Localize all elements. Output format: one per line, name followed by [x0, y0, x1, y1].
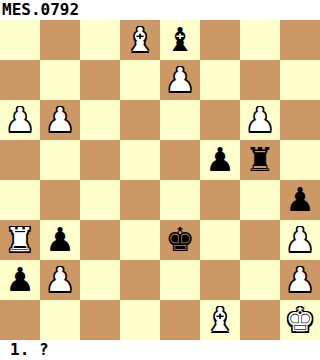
square-d7[interactable]: [120, 60, 160, 100]
white-pawn: ♟: [45, 260, 75, 300]
white-pawn: ♟: [245, 100, 275, 140]
black-rook: ♜: [245, 140, 275, 180]
white-pawn: ♟: [45, 100, 75, 140]
square-e5[interactable]: [160, 140, 200, 180]
square-d3[interactable]: [120, 220, 160, 260]
square-g2[interactable]: [240, 260, 280, 300]
square-g6[interactable]: ♟: [240, 100, 280, 140]
square-g3[interactable]: [240, 220, 280, 260]
square-c4[interactable]: [80, 180, 120, 220]
square-b4[interactable]: [40, 180, 80, 220]
square-h6[interactable]: [280, 100, 320, 140]
square-a6[interactable]: ♟: [0, 100, 40, 140]
black-pawn: ♟: [205, 140, 235, 180]
square-h2[interactable]: ♟: [280, 260, 320, 300]
square-d1[interactable]: [120, 300, 160, 340]
square-e3[interactable]: ♚: [160, 220, 200, 260]
square-b5[interactable]: [40, 140, 80, 180]
chess-problem-window: MES.0792 ♝♝♟♟♟♟♟♜♟♜♟♚♟♟♟♟♝♚ 1. ?: [0, 0, 320, 360]
square-d8[interactable]: ♝: [120, 20, 160, 60]
square-b7[interactable]: [40, 60, 80, 100]
square-e1[interactable]: [160, 300, 200, 340]
black-bishop: ♝: [165, 20, 195, 60]
square-g8[interactable]: [240, 20, 280, 60]
square-b1[interactable]: [40, 300, 80, 340]
square-e2[interactable]: [160, 260, 200, 300]
square-f7[interactable]: [200, 60, 240, 100]
square-b6[interactable]: ♟: [40, 100, 80, 140]
square-e7[interactable]: ♟: [160, 60, 200, 100]
square-d5[interactable]: [120, 140, 160, 180]
square-a4[interactable]: [0, 180, 40, 220]
square-h3[interactable]: ♟: [280, 220, 320, 260]
square-g4[interactable]: [240, 180, 280, 220]
square-c3[interactable]: [80, 220, 120, 260]
square-f6[interactable]: [200, 100, 240, 140]
square-a7[interactable]: [0, 60, 40, 100]
white-king: ♚: [285, 300, 315, 340]
white-pawn: ♟: [285, 260, 315, 300]
square-e6[interactable]: [160, 100, 200, 140]
square-f8[interactable]: [200, 20, 240, 60]
square-c2[interactable]: [80, 260, 120, 300]
square-f1[interactable]: ♝: [200, 300, 240, 340]
square-g5[interactable]: ♜: [240, 140, 280, 180]
square-h1[interactable]: ♚: [280, 300, 320, 340]
white-pawn: ♟: [285, 220, 315, 260]
square-a8[interactable]: [0, 20, 40, 60]
square-f5[interactable]: ♟: [200, 140, 240, 180]
white-rook: ♜: [5, 220, 35, 260]
white-bishop: ♝: [205, 300, 235, 340]
square-a3[interactable]: ♜: [0, 220, 40, 260]
square-a5[interactable]: [0, 140, 40, 180]
square-c6[interactable]: [80, 100, 120, 140]
black-pawn: ♟: [5, 260, 35, 300]
square-c7[interactable]: [80, 60, 120, 100]
black-pawn: ♟: [45, 220, 75, 260]
black-pawn: ♟: [285, 180, 315, 220]
problem-id: MES.0792: [0, 0, 320, 20]
square-g7[interactable]: [240, 60, 280, 100]
square-g1[interactable]: [240, 300, 280, 340]
square-a2[interactable]: ♟: [0, 260, 40, 300]
square-e4[interactable]: [160, 180, 200, 220]
move-prompt: 1. ?: [0, 340, 320, 360]
square-b3[interactable]: ♟: [40, 220, 80, 260]
square-f4[interactable]: [200, 180, 240, 220]
square-f2[interactable]: [200, 260, 240, 300]
square-h5[interactable]: [280, 140, 320, 180]
white-bishop: ♝: [125, 20, 155, 60]
square-c5[interactable]: [80, 140, 120, 180]
square-a1[interactable]: [0, 300, 40, 340]
black-king: ♚: [165, 220, 195, 260]
square-d4[interactable]: [120, 180, 160, 220]
square-e8[interactable]: ♝: [160, 20, 200, 60]
square-c8[interactable]: [80, 20, 120, 60]
square-c1[interactable]: [80, 300, 120, 340]
square-b2[interactable]: ♟: [40, 260, 80, 300]
square-h4[interactable]: ♟: [280, 180, 320, 220]
square-h8[interactable]: [280, 20, 320, 60]
white-pawn: ♟: [5, 100, 35, 140]
chess-board: ♝♝♟♟♟♟♟♜♟♜♟♚♟♟♟♟♝♚: [0, 20, 320, 340]
square-f3[interactable]: [200, 220, 240, 260]
square-d2[interactable]: [120, 260, 160, 300]
square-b8[interactable]: [40, 20, 80, 60]
white-pawn: ♟: [165, 60, 195, 100]
square-d6[interactable]: [120, 100, 160, 140]
square-h7[interactable]: [280, 60, 320, 100]
